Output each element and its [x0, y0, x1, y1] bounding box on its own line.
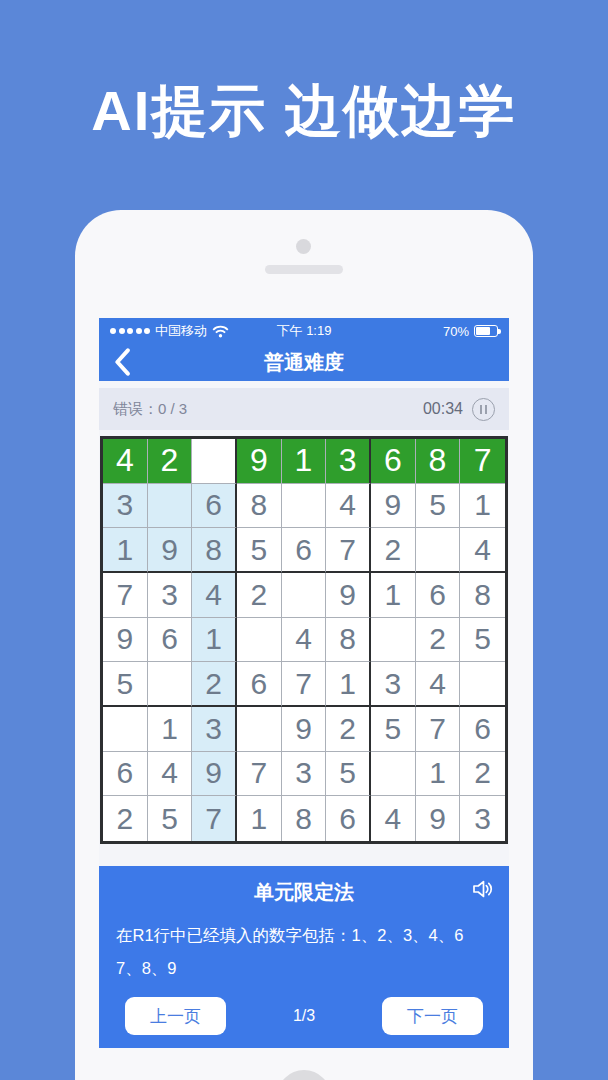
sudoku-cell-r7c6[interactable]: 2	[326, 707, 371, 752]
hint-panel: 单元限定法 在R1行中已经填入的数字包括：1、2、3、4、6 7、8、9 上一页…	[99, 866, 509, 1048]
sudoku-cell-r4c5[interactable]	[282, 573, 327, 618]
hint-pager: 上一页 1/3 下一页	[99, 997, 509, 1035]
app-screen: 中国移动 下午 1:19 70%	[99, 318, 509, 1048]
sudoku-cell-r5c6[interactable]: 8	[326, 618, 371, 663]
sudoku-cell-r6c4[interactable]: 6	[237, 662, 282, 707]
sudoku-cell-r8c9[interactable]: 2	[460, 752, 505, 797]
sudoku-cell-r8c8[interactable]: 1	[416, 752, 461, 797]
sudoku-cell-r2c3[interactable]: 6	[192, 484, 237, 529]
sudoku-cell-r7c8[interactable]: 7	[416, 707, 461, 752]
sudoku-cell-r7c4[interactable]	[237, 707, 282, 752]
sudoku-cell-r8c6[interactable]: 5	[326, 752, 371, 797]
hint-title-row: 单元限定法	[99, 866, 509, 906]
hint-body-line2: 7、8、9	[116, 952, 492, 985]
sudoku-cell-r4c7[interactable]: 1	[371, 573, 416, 618]
sudoku-cell-r4c6[interactable]: 9	[326, 573, 371, 618]
sudoku-cell-r2c6[interactable]: 4	[326, 484, 371, 529]
sudoku-cell-r6c3[interactable]: 2	[192, 662, 237, 707]
sudoku-cell-r2c7[interactable]: 9	[371, 484, 416, 529]
sudoku-cell-r6c2[interactable]	[148, 662, 193, 707]
sudoku-cell-r5c9[interactable]: 5	[460, 618, 505, 663]
sudoku-board: 4291368736849511985672473429168961482552…	[100, 436, 508, 844]
next-page-button[interactable]: 下一页	[382, 997, 483, 1035]
sudoku-cell-r9c1[interactable]: 2	[103, 796, 148, 841]
sudoku-cell-r6c9[interactable]	[460, 662, 505, 707]
sudoku-cell-r9c7[interactable]: 4	[371, 796, 416, 841]
sudoku-cell-r9c6[interactable]: 6	[326, 796, 371, 841]
sudoku-cell-r4c1[interactable]: 7	[103, 573, 148, 618]
sudoku-cell-r1c7[interactable]: 6	[371, 439, 416, 484]
sudoku-cell-r6c7[interactable]: 3	[371, 662, 416, 707]
divider-strip	[99, 381, 509, 388]
sudoku-cell-r5c3[interactable]: 1	[192, 618, 237, 663]
sudoku-cell-r7c7[interactable]: 5	[371, 707, 416, 752]
sudoku-cell-r4c3[interactable]: 4	[192, 573, 237, 618]
header-block: 中国移动 下午 1:19 70%	[99, 318, 509, 381]
sudoku-cell-r8c7[interactable]	[371, 752, 416, 797]
sudoku-cell-r3c1[interactable]: 1	[103, 528, 148, 573]
sudoku-cell-r6c1[interactable]: 5	[103, 662, 148, 707]
sudoku-cell-r5c1[interactable]: 9	[103, 618, 148, 663]
sudoku-cell-r7c2[interactable]: 1	[148, 707, 193, 752]
sudoku-cell-r5c8[interactable]: 2	[416, 618, 461, 663]
sudoku-cell-r1c3[interactable]	[192, 439, 237, 484]
sudoku-cell-r3c8[interactable]	[416, 528, 461, 573]
hint-body: 在R1行中已经填入的数字包括：1、2、3、4、6 7、8、9	[99, 906, 509, 985]
hint-technique-title: 单元限定法	[254, 881, 354, 903]
page-title: 普通难度	[264, 349, 344, 376]
sudoku-cell-r2c2[interactable]	[148, 484, 193, 529]
sudoku-cell-r6c8[interactable]: 4	[416, 662, 461, 707]
status-bar: 中国移动 下午 1:19 70%	[99, 318, 509, 344]
sudoku-cell-r3c7[interactable]: 2	[371, 528, 416, 573]
earpiece-speaker	[265, 265, 343, 274]
front-camera-icon	[296, 239, 311, 254]
sudoku-cell-r3c5[interactable]: 6	[282, 528, 327, 573]
sudoku-cell-r3c6[interactable]: 7	[326, 528, 371, 573]
sudoku-cell-r8c3[interactable]: 9	[192, 752, 237, 797]
sudoku-cell-r5c7[interactable]	[371, 618, 416, 663]
sudoku-cell-r2c4[interactable]: 8	[237, 484, 282, 529]
sudoku-cell-r5c4[interactable]	[237, 618, 282, 663]
sudoku-cell-r5c5[interactable]: 4	[282, 618, 327, 663]
status-right: 70%	[443, 324, 498, 339]
sudoku-cell-r8c1[interactable]: 6	[103, 752, 148, 797]
sudoku-cell-r6c5[interactable]: 7	[282, 662, 327, 707]
sudoku-cell-r9c9[interactable]: 3	[460, 796, 505, 841]
speaker-icon[interactable]	[470, 878, 494, 900]
sudoku-cell-r2c5[interactable]	[282, 484, 327, 529]
hero-title: AI提示 边做边学	[0, 74, 608, 150]
sudoku-cell-r9c4[interactable]: 1	[237, 796, 282, 841]
sudoku-cell-r1c1[interactable]: 4	[103, 439, 148, 484]
battery-fill	[476, 327, 490, 335]
info-bar: 错误：0 / 3 00:34	[99, 388, 509, 430]
sudoku-cell-r4c4[interactable]: 2	[237, 573, 282, 618]
sudoku-cell-r7c9[interactable]: 6	[460, 707, 505, 752]
timer-label: 00:34	[423, 400, 463, 418]
sudoku-cell-r3c4[interactable]: 5	[237, 528, 282, 573]
sudoku-cell-r2c9[interactable]: 1	[460, 484, 505, 529]
page-indicator: 1/3	[293, 1007, 315, 1025]
sudoku-cell-r7c5[interactable]: 9	[282, 707, 327, 752]
hint-body-line1: 在R1行中已经填入的数字包括：1、2、3、4、6	[116, 919, 492, 952]
back-chevron-icon[interactable]	[112, 348, 132, 376]
sudoku-cell-r4c8[interactable]: 6	[416, 573, 461, 618]
sudoku-cell-r1c2[interactable]: 2	[148, 439, 193, 484]
sudoku-cell-r8c5[interactable]: 3	[282, 752, 327, 797]
nav-bar: 普通难度	[99, 344, 509, 381]
sudoku-cell-r9c2[interactable]: 5	[148, 796, 193, 841]
sudoku-cell-r9c5[interactable]: 8	[282, 796, 327, 841]
sudoku-cell-r7c3[interactable]: 3	[192, 707, 237, 752]
sudoku-cell-r8c4[interactable]: 7	[237, 752, 282, 797]
sudoku-cell-r3c3[interactable]: 8	[192, 528, 237, 573]
phone-mockup: 中国移动 下午 1:19 70%	[75, 210, 533, 1080]
sudoku-cell-r6c6[interactable]: 1	[326, 662, 371, 707]
sudoku-cell-r1c4[interactable]: 9	[237, 439, 282, 484]
page: AI提示 边做边学 中国移动 下午 1:19	[0, 0, 608, 1080]
sudoku-cell-r4c9[interactable]: 8	[460, 573, 505, 618]
sudoku-cell-r1c8[interactable]: 8	[416, 439, 461, 484]
battery-percent-label: 70%	[443, 324, 469, 339]
sudoku-cell-r1c9[interactable]: 7	[460, 439, 505, 484]
sudoku-cell-r1c5[interactable]: 1	[282, 439, 327, 484]
sudoku-cell-r9c3[interactable]: 7	[192, 796, 237, 841]
sudoku-grid: 4291368736849511985672473429168961482552…	[103, 439, 505, 841]
sudoku-cell-r1c6[interactable]: 3	[326, 439, 371, 484]
home-button[interactable]	[277, 1070, 331, 1080]
sudoku-cell-r5c2[interactable]: 6	[148, 618, 193, 663]
sudoku-cell-r9c8[interactable]: 9	[416, 796, 461, 841]
sudoku-cell-r4c2[interactable]: 3	[148, 573, 193, 618]
sudoku-cell-r8c2[interactable]: 4	[148, 752, 193, 797]
prev-page-button[interactable]: 上一页	[125, 997, 226, 1035]
timer-group: 00:34	[423, 398, 495, 421]
errors-counter: 错误：0 / 3	[113, 400, 187, 419]
battery-icon	[474, 325, 498, 337]
sudoku-cell-r3c2[interactable]: 9	[148, 528, 193, 573]
sudoku-cell-r3c9[interactable]: 4	[460, 528, 505, 573]
pause-button[interactable]	[472, 398, 495, 421]
sudoku-cell-r7c1[interactable]	[103, 707, 148, 752]
sudoku-cell-r2c8[interactable]: 5	[416, 484, 461, 529]
battery-nub	[498, 329, 501, 334]
sudoku-cell-r2c1[interactable]: 3	[103, 484, 148, 529]
